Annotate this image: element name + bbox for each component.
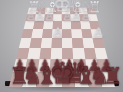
piece-black-knight: ♞ (88, 66, 101, 88)
piece-white-pawn: ♙ (34, 11, 43, 22)
square-c3 (71, 21, 81, 29)
square-b2: ♙ (79, 14, 89, 21)
piece-black-rook: ♜ (8, 66, 21, 88)
square-a5 (92, 38, 105, 48)
piece-white-pawn: ♙ (25, 11, 34, 22)
square-a4: ♙ (90, 29, 102, 38)
square-g8: ♞ (22, 72, 37, 87)
square-g2: ♙ (34, 14, 44, 21)
chess-board: ♖♘♗♔♕♗♘♖♙♙♙♙♙♙♙♙♟♟♟♟♟♟♟♟♜♞♝♚♛♝♞♜ (9, 8, 115, 87)
square-d2: ♙ (62, 14, 71, 21)
piece-white-pawn: ♙ (43, 11, 52, 22)
chess-render-image: ♖♘♗♔♕♗♘♖♙♙♙♙♙♙♙♙♟♟♟♟♟♟♟♟♜♞♝♚♛♝♞♜ (0, 0, 123, 92)
square-c5 (72, 38, 83, 48)
square-b5 (82, 38, 94, 48)
square-e8: ♚ (48, 72, 61, 87)
piece-white-pawn: ♙ (92, 26, 102, 38)
square-d5 (62, 38, 73, 48)
piece-black-knight: ♞ (22, 66, 35, 88)
piece-black-bishop: ♝ (75, 64, 88, 88)
piece-white-pawn: ♙ (71, 11, 80, 22)
piece-white-pawn: ♙ (80, 11, 89, 22)
square-g5 (29, 38, 41, 48)
square-c4 (71, 29, 82, 38)
piece-white-pawn: ♙ (51, 26, 61, 38)
square-f4 (41, 29, 52, 38)
piece-black-rook: ♜ (101, 66, 114, 88)
square-c2: ♙ (70, 14, 80, 21)
square-e5 (51, 38, 62, 48)
square-f2: ♙ (43, 14, 53, 21)
board-scene: ♖♘♗♔♕♗♘♖♙♙♙♙♙♙♙♙♟♟♟♟♟♟♟♟♜♞♝♚♛♝♞♜ (0, 0, 123, 92)
square-b8: ♞ (86, 72, 101, 87)
square-e4: ♙ (51, 29, 61, 38)
piece-black-king: ♚ (48, 59, 61, 88)
piece-white-pawn: ♙ (62, 11, 71, 22)
square-f5 (40, 38, 51, 48)
